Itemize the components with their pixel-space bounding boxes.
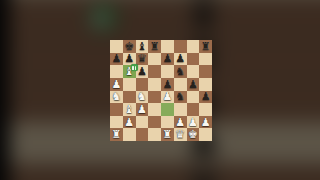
piece-black-king: ♚ <box>124 40 134 51</box>
piece-black-pawn: ♟ <box>162 53 172 64</box>
square-h1[interactable] <box>199 128 212 141</box>
square-h7[interactable] <box>199 53 212 66</box>
square-h8[interactable]: ♜ <box>199 40 212 53</box>
piece-black-pawn: ♟ <box>201 91 211 102</box>
pause-icon <box>131 64 138 71</box>
piece-black-knight: ♞ <box>175 66 185 77</box>
square-c1[interactable] <box>136 128 149 141</box>
square-d6[interactable] <box>148 65 161 78</box>
square-g3[interactable] <box>187 103 200 116</box>
piece-white-bishop: ♝ <box>124 103 134 114</box>
square-d7[interactable] <box>148 53 161 66</box>
chess-board[interactable]: ♚♝♜♜♟♟♛♟♟♝♟♞♟♟♟♞♞♟♞♟♝♟♟♟♟♟♜♜♛♚ <box>110 40 212 141</box>
square-e2[interactable] <box>161 116 174 129</box>
piece-white-rook: ♜ <box>162 129 172 140</box>
square-d4[interactable] <box>148 91 161 104</box>
square-f5[interactable] <box>174 78 187 91</box>
square-f4[interactable]: ♞ <box>174 91 187 104</box>
square-a2[interactable] <box>110 116 123 129</box>
piece-black-rook: ♜ <box>185 0 223 37</box>
square-b7[interactable]: ♟ <box>123 53 136 66</box>
square-g5[interactable]: ♟ <box>187 78 200 91</box>
square-f7[interactable]: ♟ <box>174 53 187 66</box>
square-b8[interactable]: ♚ <box>123 40 136 53</box>
square-b1[interactable] <box>123 128 136 141</box>
square-d8[interactable]: ♜ <box>148 40 161 53</box>
piece-white-knight: ♞ <box>111 91 121 102</box>
square-c4[interactable]: ♞ <box>136 91 149 104</box>
piece-black-rook: ♜ <box>201 40 211 51</box>
square-b2[interactable]: ♟ <box>123 116 136 129</box>
square-c7[interactable]: ♛ <box>136 53 149 66</box>
piece-white-rook: ♜ <box>111 129 121 140</box>
square-d2[interactable] <box>148 116 161 129</box>
square-h6[interactable] <box>199 65 212 78</box>
square-d1[interactable] <box>148 128 161 141</box>
square-c8[interactable]: ♝ <box>136 40 149 53</box>
piece-white-queen: ♛ <box>175 129 185 140</box>
square-b4[interactable] <box>123 91 136 104</box>
square-h2[interactable]: ♟ <box>199 116 212 129</box>
square-c7: ♛ <box>10 164 320 180</box>
piece-white-king: ♚ <box>188 129 198 140</box>
square-g4[interactable] <box>187 91 200 104</box>
square-e4[interactable]: ♟ <box>161 91 174 104</box>
square-a3[interactable] <box>110 103 123 116</box>
piece-white-pawn: ♟ <box>162 91 172 102</box>
square-e6[interactable] <box>161 65 174 78</box>
square-g6[interactable] <box>187 65 200 78</box>
piece-black-pawn: ♟ <box>111 53 121 64</box>
square-g8[interactable] <box>187 40 200 53</box>
piece-black-rook: ♜ <box>150 40 160 51</box>
square-g7[interactable] <box>187 53 200 66</box>
piece-black-pawn: ♟ <box>124 53 134 64</box>
square-c2[interactable] <box>136 116 149 129</box>
piece-black-queen: ♛ <box>137 53 147 64</box>
piece-black-knight: ♞ <box>175 91 185 102</box>
square-f2[interactable]: ♟ <box>174 116 187 129</box>
square-f6[interactable]: ♞ <box>174 65 187 78</box>
square-a8[interactable] <box>110 40 123 53</box>
piece-white-knight: ♞ <box>137 91 147 102</box>
square-b5[interactable] <box>123 78 136 91</box>
square-d8: ♜ <box>10 0 320 38</box>
square-f1[interactable]: ♛ <box>174 128 187 141</box>
video-frame: ♚♝♜♜♟♟♛♟♟♝♟♞♟♟♟♞♞♟♞♟♝♟♟♟♟♟♜♜♛♚ ♚♝♜♜♟♟♛♟♟… <box>0 0 320 180</box>
square-h5[interactable] <box>199 78 212 91</box>
square-h3[interactable] <box>199 103 212 116</box>
piece-black-pawn: ♟ <box>137 66 147 77</box>
square-a6[interactable] <box>110 65 123 78</box>
square-g1[interactable]: ♚ <box>187 128 200 141</box>
piece-black-pawn: ♟ <box>188 78 198 89</box>
square-c5[interactable] <box>136 78 149 91</box>
piece-white-pawn: ♟ <box>201 116 211 127</box>
square-a5[interactable]: ♟ <box>110 78 123 91</box>
square-e5[interactable]: ♟ <box>161 78 174 91</box>
square-a1[interactable]: ♜ <box>110 128 123 141</box>
square-g2[interactable]: ♟ <box>187 116 200 129</box>
square-e7[interactable]: ♟ <box>161 53 174 66</box>
piece-black-pawn: ♟ <box>175 53 185 64</box>
square-f8[interactable] <box>174 40 187 53</box>
square-d3[interactable] <box>148 103 161 116</box>
square-e1[interactable]: ♜ <box>161 128 174 141</box>
square-d5[interactable] <box>148 78 161 91</box>
piece-black-queen: ♛ <box>185 162 223 180</box>
piece-white-pawn: ♟ <box>111 78 121 89</box>
square-a7[interactable]: ♟ <box>110 53 123 66</box>
square-a4[interactable]: ♞ <box>110 91 123 104</box>
pause-icon <box>88 6 115 33</box>
square-e3[interactable] <box>161 103 174 116</box>
piece-white-pawn: ♟ <box>137 103 147 114</box>
square-f3[interactable] <box>174 103 187 116</box>
piece-white-pawn: ♟ <box>188 116 198 127</box>
square-b3[interactable]: ♝ <box>123 103 136 116</box>
square-c3[interactable]: ♟ <box>136 103 149 116</box>
piece-white-pawn: ♟ <box>175 116 185 127</box>
square-h4[interactable]: ♟ <box>199 91 212 104</box>
piece-black-bishop: ♝ <box>137 40 147 51</box>
square-e8[interactable] <box>161 40 174 53</box>
piece-black-pawn: ♟ <box>162 78 172 89</box>
piece-white-pawn: ♟ <box>124 116 134 127</box>
